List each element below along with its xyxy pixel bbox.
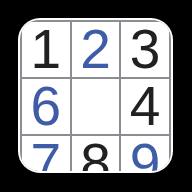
sudoku-cell[interactable]: 9 — [121, 136, 169, 171]
sudoku-cell[interactable]: 6 — [22, 79, 70, 134]
sudoku-cell[interactable]: 2 — [72, 22, 120, 77]
sudoku-cell[interactable]: 3 — [121, 22, 169, 77]
sudoku-cell[interactable]: 1 — [22, 22, 70, 77]
sudoku-cell[interactable]: 7 — [22, 136, 70, 171]
sudoku-cell[interactable]: 4 — [121, 79, 169, 134]
sudoku-cell[interactable] — [72, 79, 120, 134]
sudoku-board: 12364789 — [18, 18, 173, 173]
sudoku-app-icon[interactable]: 12364789 — [0, 0, 192, 192]
sudoku-cell[interactable]: 8 — [72, 136, 120, 171]
sudoku-grid: 12364789 — [20, 20, 171, 171]
